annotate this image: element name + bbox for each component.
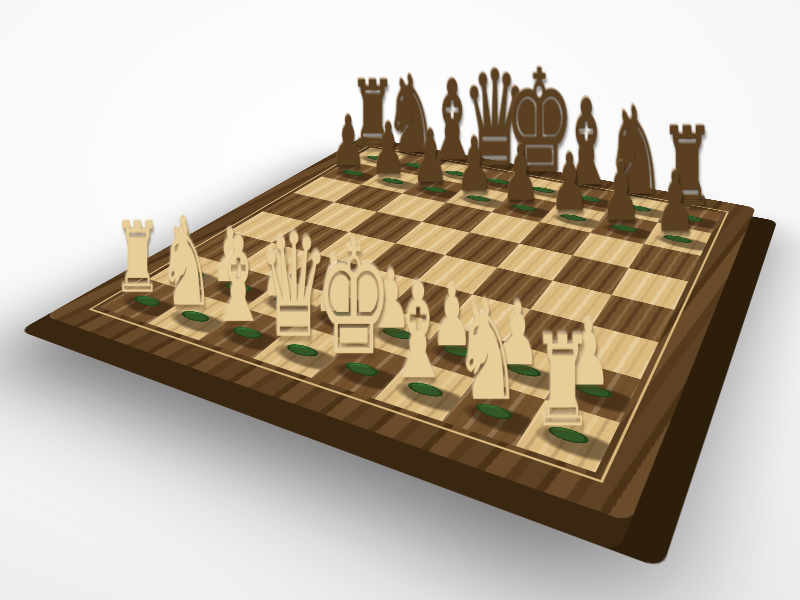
- board-grid: ♜♞♝♛♚♝♞♜♟♟♟♟♟♟♟♟♟♟♟♟♟♟♟♟♜♞♝♛♚♝♞♜: [100, 147, 721, 472]
- chess-board[interactable]: ♜♞♝♛♚♝♞♜♟♟♟♟♟♟♟♟♟♟♟♟♟♟♟♟♜♞♝♛♚♝♞♜: [45, 137, 756, 523]
- square-h1[interactable]: ♜: [516, 400, 620, 473]
- square-h7[interactable]: ♟: [644, 223, 712, 256]
- chess-scene: ♜♞♝♛♚♝♞♜♟♟♟♟♟♟♟♟♟♟♟♟♟♟♟♟♜♞♝♛♚♝♞♜: [0, 0, 800, 600]
- white-rook[interactable]: ♜: [493, 320, 633, 445]
- black-pawn[interactable]: ♟: [615, 161, 737, 243]
